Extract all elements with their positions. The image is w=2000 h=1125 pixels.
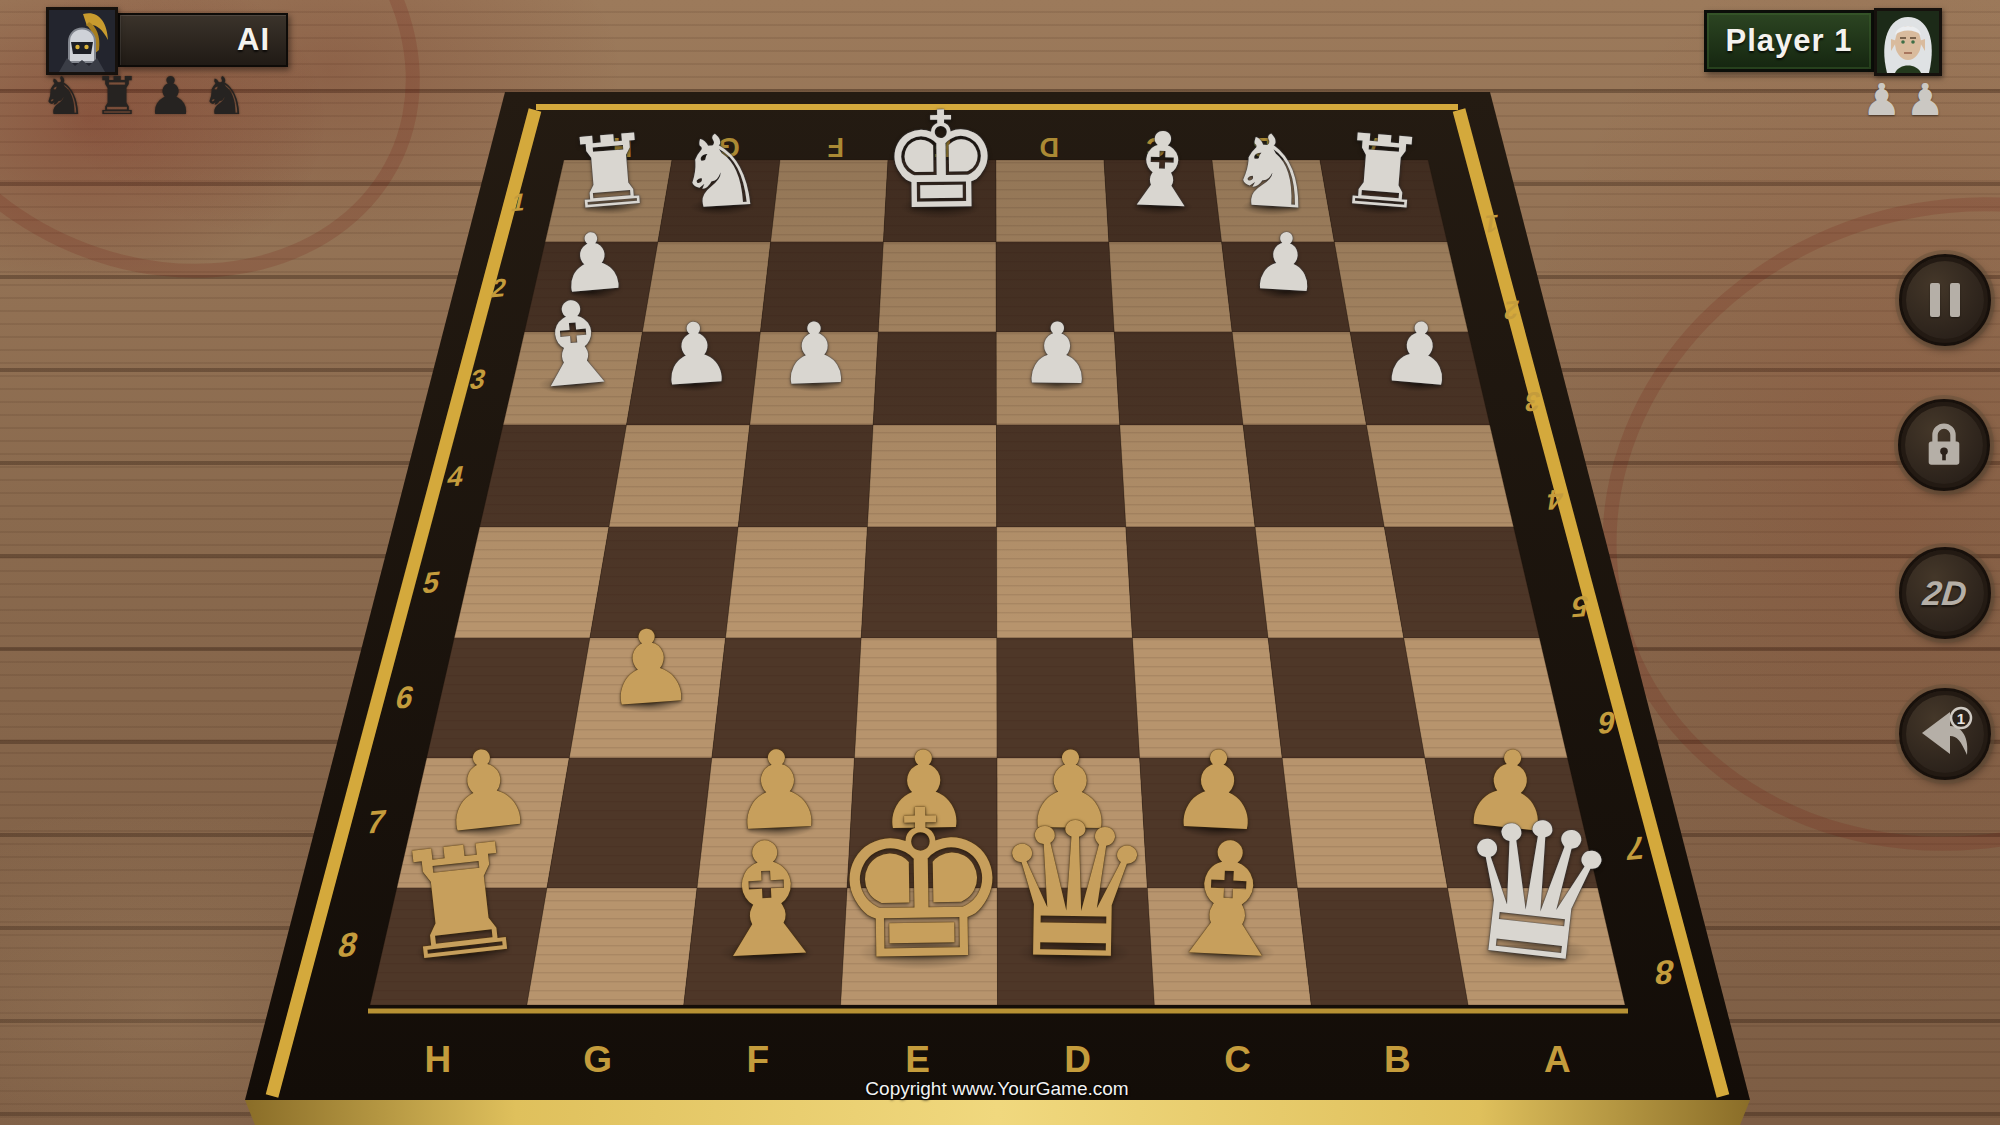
- player1-name-plaque: Player 1: [1704, 10, 1874, 72]
- player1-captured-pieces-tray: ♟♟: [1862, 78, 1949, 122]
- player1-name-label: Player 1: [1726, 23, 1853, 59]
- file-label-bottom: H: [424, 1039, 451, 1080]
- undo-button[interactable]: 1: [1899, 688, 1991, 780]
- file-label-bottom: A: [1544, 1039, 1571, 1080]
- piece-gold-bishop-c8[interactable]: ♝: [1154, 818, 1301, 981]
- piece-silver-rook-a1[interactable]: ♜: [1335, 120, 1429, 224]
- pause-icon: [1925, 283, 1965, 317]
- piece-silver-pawn-b2[interactable]: ♟: [1247, 222, 1322, 305]
- undo-arrow-icon: 1: [1914, 703, 1976, 765]
- captured-pawn-icon: ♟: [1905, 78, 1944, 122]
- file-label-bottom: D: [1064, 1039, 1091, 1080]
- piece-silver-pawn-g3[interactable]: ♟: [655, 309, 735, 398]
- piece-silver-bishop-h3[interactable]: ♝: [518, 282, 631, 406]
- piece-silver-king-e1[interactable]: ♚: [880, 94, 1001, 228]
- 2d-view-label: 2D: [1921, 574, 1969, 613]
- ai-name-plaque: AI: [118, 13, 288, 67]
- file-label-top: F: [828, 132, 845, 162]
- captured-rook-icon: ♜: [94, 70, 141, 122]
- piece-silver-pawn-f3[interactable]: ♟: [776, 310, 854, 397]
- undo-count-badge: 1: [1957, 710, 1965, 727]
- knight-helmet-avatar-icon: [49, 10, 115, 72]
- ai-captured-pieces-tray: ♞♜♟♞: [40, 70, 255, 122]
- lock-button[interactable]: [1898, 399, 1990, 491]
- piece-silver-pawn-d3[interactable]: ♟: [1019, 311, 1095, 396]
- copyright-text: Copyright www.YourGame.com: [865, 1078, 1128, 1100]
- file-label-top: D: [1040, 132, 1060, 162]
- piece-gold-king-e8[interactable]: ♚: [828, 782, 1014, 989]
- piece-silver-pawn-a3[interactable]: ♟: [1377, 308, 1459, 398]
- game-screen: HHGGFFEEDDCCBBAA1122334455667788 ♛♝♛♚♝♜♟…: [0, 0, 2000, 1125]
- ai-avatar: [46, 7, 118, 75]
- captured-knight-icon: ♞: [201, 70, 248, 122]
- piece-gold-queen-d8[interactable]: ♛: [990, 797, 1159, 985]
- captured-knight-icon: ♞: [40, 70, 87, 122]
- piece-silver-queen-a8[interactable]: ♛: [1442, 790, 1628, 992]
- piece-silver-knight-g1[interactable]: ♞: [673, 119, 767, 223]
- piece-silver-bishop-c1[interactable]: ♝: [1114, 118, 1209, 223]
- pause-button[interactable]: [1899, 254, 1991, 346]
- lock-icon: [1917, 418, 1971, 472]
- piece-gold-pawn-g6[interactable]: ♟: [600, 614, 698, 721]
- ai-name-label: AI: [237, 22, 270, 58]
- piece-gold-bishop-f8[interactable]: ♝: [694, 818, 841, 981]
- piece-silver-knight-b1[interactable]: ♞: [1225, 119, 1319, 223]
- file-label-bottom: C: [1224, 1039, 1251, 1080]
- piece-gold-rook-h8[interactable]: ♜: [386, 821, 534, 983]
- 2d-view-button[interactable]: 2D: [1899, 547, 1991, 639]
- file-label-bottom: B: [1384, 1039, 1411, 1080]
- elf-avatar-icon: [1877, 11, 1939, 73]
- player1-avatar: [1874, 8, 1942, 76]
- file-label-bottom: F: [746, 1039, 769, 1080]
- captured-pawn-icon: ♟: [1862, 78, 1901, 122]
- piece-silver-rook-h1[interactable]: ♜: [562, 120, 657, 224]
- file-label-bottom: E: [905, 1039, 930, 1080]
- captured-pawn-icon: ♟: [147, 70, 194, 122]
- file-label-bottom: G: [583, 1039, 612, 1080]
